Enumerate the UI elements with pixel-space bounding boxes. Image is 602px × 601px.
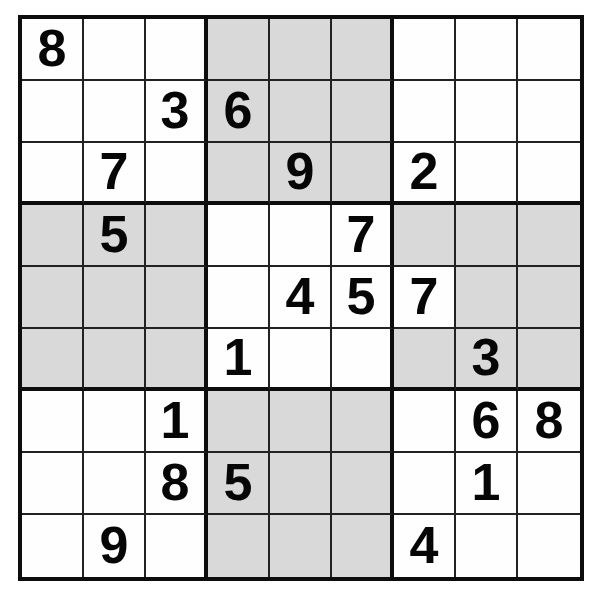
cell-r1c3[interactable] bbox=[146, 19, 208, 81]
cell-r4c9[interactable] bbox=[518, 205, 580, 267]
cell-r9c6[interactable] bbox=[332, 515, 394, 577]
cell-r3c2[interactable]: 7 bbox=[84, 143, 146, 205]
cell-r9c9[interactable] bbox=[518, 515, 580, 577]
given-digit: 1 bbox=[161, 394, 190, 446]
cell-r8c2[interactable] bbox=[84, 453, 146, 515]
cell-r7c6[interactable] bbox=[332, 391, 394, 453]
cell-r2c9[interactable] bbox=[518, 81, 580, 143]
cell-r3c5[interactable]: 9 bbox=[270, 143, 332, 205]
cell-r9c1[interactable] bbox=[22, 515, 84, 577]
cell-r3c3[interactable] bbox=[146, 143, 208, 205]
cell-r1c8[interactable] bbox=[456, 19, 518, 81]
cell-r2c7[interactable] bbox=[394, 81, 456, 143]
given-digit: 9 bbox=[100, 519, 129, 571]
cell-r4c4[interactable] bbox=[208, 205, 270, 267]
cell-r9c7[interactable]: 4 bbox=[394, 515, 456, 577]
cell-r8c3[interactable]: 8 bbox=[146, 453, 208, 515]
sudoku-page: 836792574571316885194 bbox=[0, 0, 602, 601]
cell-r3c4[interactable] bbox=[208, 143, 270, 205]
cell-r7c8[interactable]: 6 bbox=[456, 391, 518, 453]
cell-r8c6[interactable] bbox=[332, 453, 394, 515]
cell-r5c3[interactable] bbox=[146, 267, 208, 329]
given-digit: 5 bbox=[100, 208, 129, 260]
cell-r7c5[interactable] bbox=[270, 391, 332, 453]
cell-r8c4[interactable]: 5 bbox=[208, 453, 270, 515]
given-digit: 4 bbox=[410, 519, 439, 571]
cell-r4c3[interactable] bbox=[146, 205, 208, 267]
cell-r7c1[interactable] bbox=[22, 391, 84, 453]
cell-r3c6[interactable] bbox=[332, 143, 394, 205]
cell-r1c4[interactable] bbox=[208, 19, 270, 81]
cell-r2c8[interactable] bbox=[456, 81, 518, 143]
cell-r5c5[interactable]: 4 bbox=[270, 267, 332, 329]
cell-r5c1[interactable] bbox=[22, 267, 84, 329]
given-digit: 7 bbox=[100, 145, 129, 197]
cell-r5c7[interactable]: 7 bbox=[394, 267, 456, 329]
cell-r4c5[interactable] bbox=[270, 205, 332, 267]
given-digit: 7 bbox=[347, 208, 376, 260]
cell-r6c2[interactable] bbox=[84, 329, 146, 391]
cell-r1c2[interactable] bbox=[84, 19, 146, 81]
cell-r6c5[interactable] bbox=[270, 329, 332, 391]
cell-r8c1[interactable] bbox=[22, 453, 84, 515]
given-digit: 9 bbox=[286, 145, 315, 197]
given-digit: 8 bbox=[161, 456, 190, 508]
cell-r6c4[interactable]: 1 bbox=[208, 329, 270, 391]
cell-r4c7[interactable] bbox=[394, 205, 456, 267]
given-digit: 6 bbox=[472, 394, 501, 446]
cell-r4c6[interactable]: 7 bbox=[332, 205, 394, 267]
cell-r6c8[interactable]: 3 bbox=[456, 329, 518, 391]
cell-r7c9[interactable]: 8 bbox=[518, 391, 580, 453]
cell-r2c1[interactable] bbox=[22, 81, 84, 143]
cell-r2c4[interactable]: 6 bbox=[208, 81, 270, 143]
cell-r2c2[interactable] bbox=[84, 81, 146, 143]
cell-r8c9[interactable] bbox=[518, 453, 580, 515]
cell-r1c9[interactable] bbox=[518, 19, 580, 81]
cell-r5c6[interactable]: 5 bbox=[332, 267, 394, 329]
cell-r7c2[interactable] bbox=[84, 391, 146, 453]
cell-r3c1[interactable] bbox=[22, 143, 84, 205]
cell-r8c7[interactable] bbox=[394, 453, 456, 515]
given-digit: 1 bbox=[472, 456, 501, 508]
given-digit: 8 bbox=[38, 22, 67, 74]
cell-r2c6[interactable] bbox=[332, 81, 394, 143]
cell-r3c8[interactable] bbox=[456, 143, 518, 205]
cell-r5c9[interactable] bbox=[518, 267, 580, 329]
cell-r5c2[interactable] bbox=[84, 267, 146, 329]
given-digit: 1 bbox=[224, 331, 253, 383]
cell-r2c3[interactable]: 3 bbox=[146, 81, 208, 143]
cell-r4c2[interactable]: 5 bbox=[84, 205, 146, 267]
cell-r6c7[interactable] bbox=[394, 329, 456, 391]
cell-r9c4[interactable] bbox=[208, 515, 270, 577]
cell-r9c2[interactable]: 9 bbox=[84, 515, 146, 577]
cell-r9c3[interactable] bbox=[146, 515, 208, 577]
cell-r3c7[interactable]: 2 bbox=[394, 143, 456, 205]
cell-r4c8[interactable] bbox=[456, 205, 518, 267]
cell-r7c4[interactable] bbox=[208, 391, 270, 453]
cell-r6c6[interactable] bbox=[332, 329, 394, 391]
given-digit: 5 bbox=[224, 456, 253, 508]
cell-r1c7[interactable] bbox=[394, 19, 456, 81]
cell-r8c5[interactable] bbox=[270, 453, 332, 515]
given-digit: 5 bbox=[347, 270, 376, 322]
cell-r1c1[interactable]: 8 bbox=[22, 19, 84, 81]
cell-r3c9[interactable] bbox=[518, 143, 580, 205]
cell-r1c5[interactable] bbox=[270, 19, 332, 81]
cell-r6c1[interactable] bbox=[22, 329, 84, 391]
sudoku-board: 836792574571316885194 bbox=[18, 15, 584, 581]
cell-r7c3[interactable]: 1 bbox=[146, 391, 208, 453]
cell-r5c4[interactable] bbox=[208, 267, 270, 329]
given-digit: 7 bbox=[410, 270, 439, 322]
given-digit: 2 bbox=[410, 145, 439, 197]
cell-r4c1[interactable] bbox=[22, 205, 84, 267]
cell-r9c8[interactable] bbox=[456, 515, 518, 577]
given-digit: 3 bbox=[472, 331, 501, 383]
given-digit: 4 bbox=[286, 270, 315, 322]
cell-r6c9[interactable] bbox=[518, 329, 580, 391]
cell-r5c8[interactable] bbox=[456, 267, 518, 329]
cell-r8c8[interactable]: 1 bbox=[456, 453, 518, 515]
cell-r2c5[interactable] bbox=[270, 81, 332, 143]
given-digit: 6 bbox=[224, 84, 253, 136]
cell-r6c3[interactable] bbox=[146, 329, 208, 391]
given-digit: 3 bbox=[161, 84, 190, 136]
cell-r1c6[interactable] bbox=[332, 19, 394, 81]
cell-r7c7[interactable] bbox=[394, 391, 456, 453]
cell-r9c5[interactable] bbox=[270, 515, 332, 577]
given-digit: 8 bbox=[535, 394, 564, 446]
